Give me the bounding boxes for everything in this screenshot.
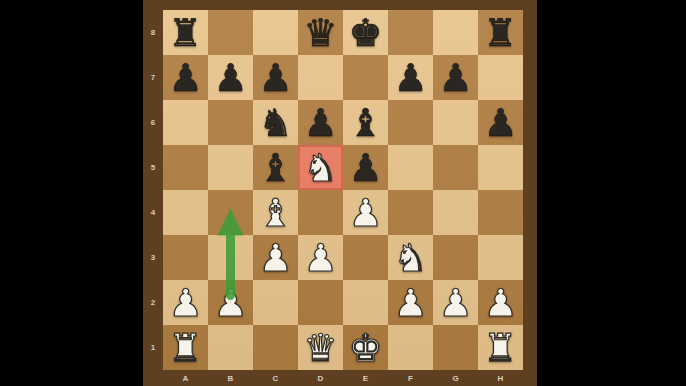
square-g6[interactable]: [433, 100, 478, 145]
rank-label-7: 7: [143, 55, 163, 100]
square-b2[interactable]: ♟: [208, 280, 253, 325]
square-c3[interactable]: ♟: [253, 235, 298, 280]
square-h7[interactable]: [478, 55, 523, 100]
piece-black-pawn-e5[interactable]: ♟: [348, 149, 382, 187]
rank-labels: 87654321: [143, 10, 163, 370]
square-h8[interactable]: ♜: [478, 10, 523, 55]
piece-white-pawn-f2[interactable]: ♟: [393, 284, 427, 322]
square-e6[interactable]: ♝: [343, 100, 388, 145]
square-g7[interactable]: ♟: [433, 55, 478, 100]
square-d5[interactable]: ♞: [298, 145, 343, 190]
piece-white-pawn-a2[interactable]: ♟: [168, 284, 202, 322]
piece-black-rook-a8[interactable]: ♜: [168, 14, 202, 52]
piece-black-pawn-d6[interactable]: ♟: [303, 104, 337, 142]
square-d8[interactable]: ♛: [298, 10, 343, 55]
piece-black-pawn-g7[interactable]: ♟: [438, 59, 472, 97]
piece-white-pawn-d3[interactable]: ♟: [303, 239, 337, 277]
square-e7[interactable]: [343, 55, 388, 100]
chess-board[interactable]: ♜♛♚♜♟♟♟♟♟♞♟♝♟♝♞♟♝♟♟♟♞♟♟♟♟♟♜♛♚♜: [163, 10, 523, 370]
square-b7[interactable]: ♟: [208, 55, 253, 100]
square-b4[interactable]: [208, 190, 253, 235]
square-b6[interactable]: [208, 100, 253, 145]
square-b8[interactable]: [208, 10, 253, 55]
square-d3[interactable]: ♟: [298, 235, 343, 280]
piece-black-pawn-f7[interactable]: ♟: [393, 59, 427, 97]
square-b1[interactable]: [208, 325, 253, 370]
square-h2[interactable]: ♟: [478, 280, 523, 325]
piece-white-rook-a1[interactable]: ♜: [168, 329, 202, 367]
piece-black-pawn-a7[interactable]: ♟: [168, 59, 202, 97]
square-g1[interactable]: [433, 325, 478, 370]
square-h3[interactable]: [478, 235, 523, 280]
square-a2[interactable]: ♟: [163, 280, 208, 325]
square-e3[interactable]: [343, 235, 388, 280]
piece-black-queen-d8[interactable]: ♛: [303, 14, 337, 52]
rank-label-8: 8: [143, 10, 163, 55]
square-a3[interactable]: [163, 235, 208, 280]
square-e2[interactable]: [343, 280, 388, 325]
piece-white-pawn-e4[interactable]: ♟: [348, 194, 382, 232]
square-d4[interactable]: [298, 190, 343, 235]
square-f6[interactable]: [388, 100, 433, 145]
square-g2[interactable]: ♟: [433, 280, 478, 325]
square-a4[interactable]: [163, 190, 208, 235]
square-a8[interactable]: ♜: [163, 10, 208, 55]
square-g3[interactable]: [433, 235, 478, 280]
piece-white-pawn-b2[interactable]: ♟: [213, 284, 247, 322]
square-f3[interactable]: ♞: [388, 235, 433, 280]
square-f5[interactable]: [388, 145, 433, 190]
piece-white-knight-f3[interactable]: ♞: [393, 239, 427, 277]
piece-black-pawn-h6[interactable]: ♟: [483, 104, 517, 142]
square-b3[interactable]: [208, 235, 253, 280]
square-f1[interactable]: [388, 325, 433, 370]
square-h6[interactable]: ♟: [478, 100, 523, 145]
piece-black-pawn-c7[interactable]: ♟: [258, 59, 292, 97]
piece-white-knight-d5[interactable]: ♞: [303, 149, 337, 187]
file-label-d: D: [298, 370, 343, 386]
file-label-a: A: [163, 370, 208, 386]
square-g8[interactable]: [433, 10, 478, 55]
square-c7[interactable]: ♟: [253, 55, 298, 100]
piece-black-rook-h8[interactable]: ♜: [483, 14, 517, 52]
square-a6[interactable]: [163, 100, 208, 145]
square-c2[interactable]: [253, 280, 298, 325]
square-a1[interactable]: ♜: [163, 325, 208, 370]
piece-white-king-e1[interactable]: ♚: [348, 329, 382, 367]
file-label-g: G: [433, 370, 478, 386]
file-label-b: B: [208, 370, 253, 386]
square-e5[interactable]: ♟: [343, 145, 388, 190]
piece-white-queen-d1[interactable]: ♛: [303, 329, 337, 367]
square-f4[interactable]: [388, 190, 433, 235]
square-h1[interactable]: ♜: [478, 325, 523, 370]
square-d2[interactable]: [298, 280, 343, 325]
square-c1[interactable]: [253, 325, 298, 370]
file-labels: ABCDEFGH: [163, 370, 523, 386]
piece-black-bishop-c5[interactable]: ♝: [258, 149, 292, 187]
square-c5[interactable]: ♝: [253, 145, 298, 190]
square-d1[interactable]: ♛: [298, 325, 343, 370]
square-c4[interactable]: ♝: [253, 190, 298, 235]
square-e8[interactable]: ♚: [343, 10, 388, 55]
square-h5[interactable]: [478, 145, 523, 190]
file-label-c: C: [253, 370, 298, 386]
square-b5[interactable]: [208, 145, 253, 190]
piece-white-pawn-c3[interactable]: ♟: [258, 239, 292, 277]
piece-white-pawn-g2[interactable]: ♟: [438, 284, 472, 322]
square-g4[interactable]: [433, 190, 478, 235]
square-g5[interactable]: [433, 145, 478, 190]
square-a7[interactable]: ♟: [163, 55, 208, 100]
square-d6[interactable]: ♟: [298, 100, 343, 145]
square-f2[interactable]: ♟: [388, 280, 433, 325]
rank-label-1: 1: [143, 325, 163, 370]
piece-black-king-e8[interactable]: ♚: [348, 14, 382, 52]
square-f7[interactable]: ♟: [388, 55, 433, 100]
rank-label-6: 6: [143, 100, 163, 145]
square-e4[interactable]: ♟: [343, 190, 388, 235]
file-label-h: H: [478, 370, 523, 386]
square-d7[interactable]: [298, 55, 343, 100]
piece-white-pawn-h2[interactable]: ♟: [483, 284, 517, 322]
file-label-f: F: [388, 370, 433, 386]
piece-white-rook-h1[interactable]: ♜: [483, 329, 517, 367]
chess-board-frame: 87654321 ABCDEFGH ♜♛♚♜♟♟♟♟♟♞♟♝♟♝♞♟♝♟♟♟♞♟…: [143, 0, 537, 386]
rank-label-2: 2: [143, 280, 163, 325]
piece-white-bishop-c4[interactable]: ♝: [258, 194, 292, 232]
screenshot-stage: 87654321 ABCDEFGH ♜♛♚♜♟♟♟♟♟♞♟♝♟♝♞♟♝♟♟♟♞♟…: [0, 0, 686, 386]
square-e1[interactable]: ♚: [343, 325, 388, 370]
rank-label-4: 4: [143, 190, 163, 235]
rank-label-3: 3: [143, 235, 163, 280]
square-c6[interactable]: ♞: [253, 100, 298, 145]
file-label-e: E: [343, 370, 388, 386]
square-f8[interactable]: [388, 10, 433, 55]
square-h4[interactable]: [478, 190, 523, 235]
piece-black-knight-c6[interactable]: ♞: [258, 104, 292, 142]
piece-black-bishop-e6[interactable]: ♝: [348, 104, 382, 142]
square-a5[interactable]: [163, 145, 208, 190]
square-c8[interactable]: [253, 10, 298, 55]
piece-black-pawn-b7[interactable]: ♟: [213, 59, 247, 97]
rank-label-5: 5: [143, 145, 163, 190]
